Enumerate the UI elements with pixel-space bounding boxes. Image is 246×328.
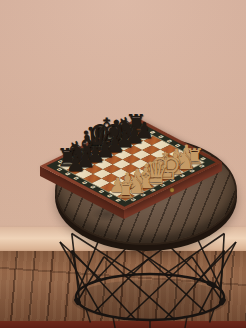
piece-shadow [120,194,132,197]
piece-shadow [147,179,165,184]
piece-shadow [171,161,182,164]
piece-shadow [78,153,96,158]
piece-shadow [129,189,143,193]
piece-shadow [129,129,143,133]
piece-shadow [138,184,153,188]
piece-shadow [119,144,131,148]
piece-shadow [109,148,121,152]
piece-shadow [122,185,133,188]
piece-shadow [132,180,143,183]
piece-shadow [181,156,192,159]
piece-shadow [142,175,153,178]
pieces-layer: ♜♟♞♟♝♟♚♟♛♟♝♟♟♞♜♟♟♜♞♟♟♝♟♚♟♛♟♝♟♞♟♜ [0,0,246,328]
piece-shadow [112,190,123,193]
piece-shadow [69,158,85,163]
piece-shadow [70,168,82,172]
piece-shadow [128,139,140,143]
piece-shadow [99,153,111,157]
piece-shadow [89,158,101,162]
piece-shadow [178,165,192,169]
piece-shadow [189,160,201,163]
piece-shadow [138,134,150,138]
product-photo-scene: AA88BB77CC66DD55EE44FF33GG22HH11 ♜♟♞♟♝♟♚… [0,0,246,328]
piece-shadow [60,163,74,167]
piece-shadow [79,163,91,167]
